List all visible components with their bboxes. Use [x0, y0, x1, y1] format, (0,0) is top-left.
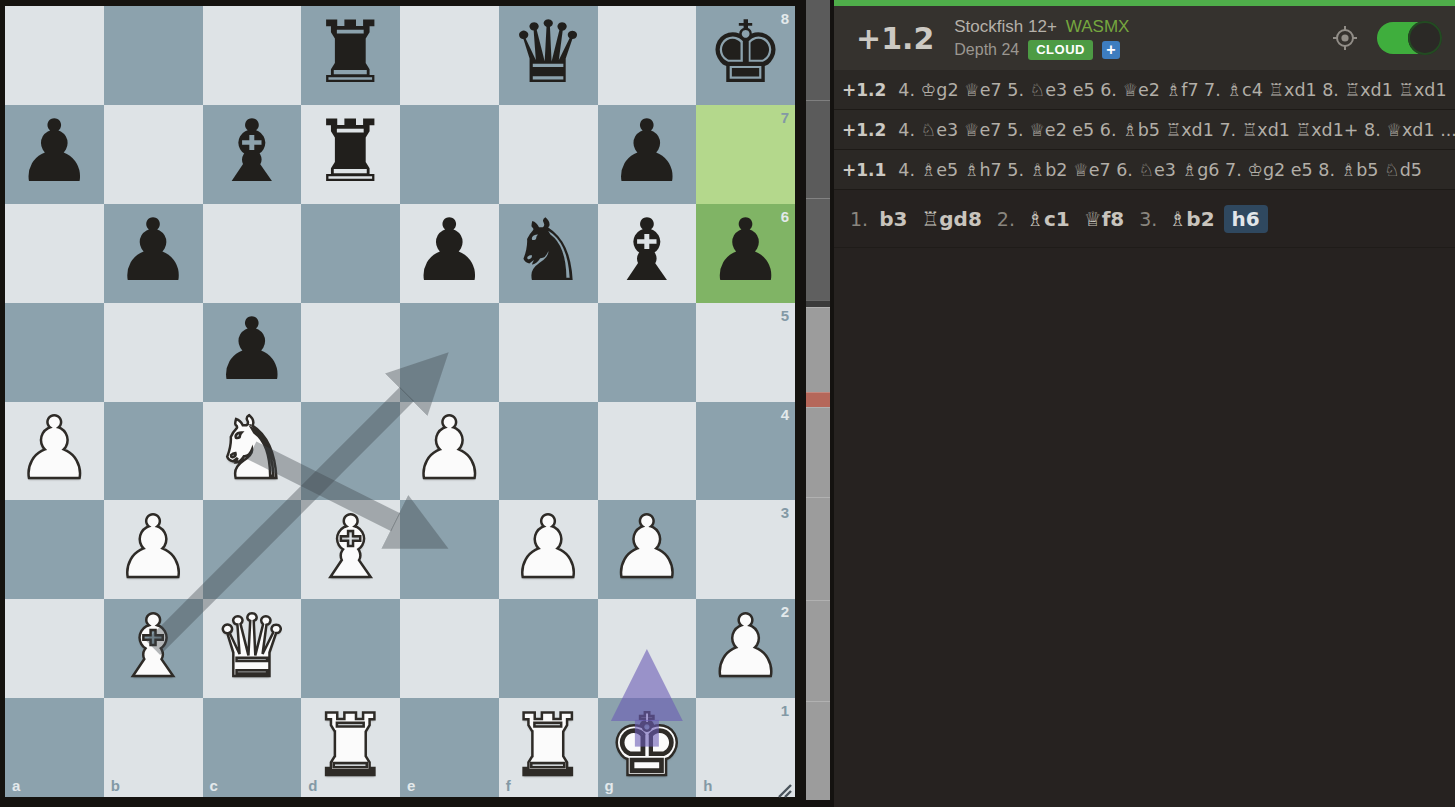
- square-a8[interactable]: [5, 6, 104, 105]
- rank-label-3: 3: [781, 505, 789, 520]
- square-f6[interactable]: ♞: [499, 204, 598, 303]
- board-frame: ♜♛8♚♟♝♜♟7♟♟♞♝6♟♟5♟♞♟4♟♝♟♟3♝♛2♟abcd♜ef♜g♚…: [0, 0, 800, 807]
- file-label-e: e: [407, 778, 415, 793]
- square-e7[interactable]: [400, 105, 499, 204]
- file-label-b: b: [111, 778, 120, 793]
- board-panel-gutter: [800, 0, 834, 807]
- square-a2[interactable]: [5, 599, 104, 698]
- rank-label-7: 7: [781, 110, 789, 125]
- scrollbar-segment: [806, 307, 830, 392]
- square-f7[interactable]: [499, 105, 598, 204]
- square-h2[interactable]: 2♟: [696, 599, 795, 698]
- toggle-knob-icon: [1408, 21, 1442, 55]
- square-f1[interactable]: f♜: [499, 698, 598, 797]
- black-rook-d8[interactable]: ♜: [301, 3, 400, 102]
- move-number: 3.: [1139, 208, 1157, 230]
- square-e2[interactable]: [400, 599, 499, 698]
- square-h6[interactable]: 6♟: [696, 204, 795, 303]
- square-e1[interactable]: e: [400, 698, 499, 797]
- scrollbar-segment: [806, 0, 830, 100]
- scrollbar-segment: [806, 600, 830, 701]
- black-pawn-g7[interactable]: ♟: [598, 102, 697, 201]
- move[interactable]: ♗c1: [1021, 205, 1075, 233]
- square-d1[interactable]: d♜: [301, 698, 400, 797]
- scrollbar-segment: [806, 407, 830, 497]
- move[interactable]: ♖gd8: [916, 205, 986, 233]
- move[interactable]: b3: [874, 205, 912, 233]
- white-pawn-g3[interactable]: ♟: [598, 497, 697, 596]
- square-b8[interactable]: [104, 6, 203, 105]
- square-h7[interactable]: 7: [696, 105, 795, 204]
- engine-tag: WASMX: [1066, 17, 1130, 37]
- square-a3[interactable]: [5, 500, 104, 599]
- square-e6[interactable]: ♟: [400, 204, 499, 303]
- white-pawn-b3[interactable]: ♟: [104, 497, 203, 596]
- square-c1[interactable]: c: [203, 698, 302, 797]
- square-g7[interactable]: ♟: [598, 105, 697, 204]
- black-pawn-h6[interactable]: ♟: [696, 201, 795, 300]
- square-a4[interactable]: ♟: [5, 402, 104, 501]
- scrollbar-segment: [806, 392, 830, 407]
- black-pawn-a7[interactable]: ♟: [5, 102, 104, 201]
- rank-label-4: 4: [781, 407, 789, 422]
- black-bishop-c7[interactable]: ♝: [203, 102, 302, 201]
- square-b3[interactable]: ♟: [104, 500, 203, 599]
- square-g4[interactable]: [598, 402, 697, 501]
- line-moves: 4. ♘e3 ♕e7 5. ♕e2 e5 6. ♗b5 ♖xd1 7. ♖xd1…: [898, 120, 1455, 140]
- square-d2[interactable]: [301, 599, 400, 698]
- square-f3[interactable]: ♟: [499, 500, 598, 599]
- square-b1[interactable]: b: [104, 698, 203, 797]
- engine-panel: +1.2 Stockfish 12+ WASMX Depth 24 CLOUD …: [834, 0, 1455, 807]
- square-c8[interactable]: [203, 6, 302, 105]
- square-f5[interactable]: [499, 303, 598, 402]
- move[interactable]: ♗b2: [1163, 205, 1219, 233]
- square-b6[interactable]: ♟: [104, 204, 203, 303]
- black-rook-d7[interactable]: ♜: [301, 102, 400, 201]
- square-c4[interactable]: ♞: [203, 402, 302, 501]
- square-c7[interactable]: ♝: [203, 105, 302, 204]
- depth-label: Depth 24: [954, 41, 1019, 59]
- square-d8[interactable]: ♜: [301, 6, 400, 105]
- square-h3[interactable]: 3: [696, 500, 795, 599]
- white-pawn-h2[interactable]: ♟: [696, 596, 795, 695]
- white-rook-f1[interactable]: ♜: [499, 695, 598, 794]
- engine-name: Stockfish 12+: [954, 17, 1057, 37]
- white-bishop-b2[interactable]: ♝: [104, 596, 203, 695]
- evaluation-score: +1.2: [856, 21, 934, 56]
- engine-toggle[interactable]: [1377, 22, 1441, 54]
- scrollbar-segment: [806, 497, 830, 600]
- black-pawn-c5[interactable]: ♟: [203, 300, 302, 399]
- square-a7[interactable]: ♟: [5, 105, 104, 204]
- engine-line-2[interactable]: +1.24. ♘e3 ♕e7 5. ♕e2 e5 6. ♗b5 ♖xd1 7. …: [834, 110, 1455, 150]
- engine-lines: +1.24. ♔g2 ♕e7 5. ♘e3 e5 6. ♕e2 ♗f7 7. ♗…: [834, 70, 1455, 190]
- scrollbar-segment: [806, 100, 830, 198]
- square-b2[interactable]: ♝: [104, 599, 203, 698]
- move-current[interactable]: h6: [1224, 205, 1268, 233]
- square-g2[interactable]: [598, 599, 697, 698]
- square-f8[interactable]: ♛: [499, 6, 598, 105]
- scrollbar-segment: [806, 701, 830, 800]
- engine-meta: Stockfish 12+ WASMX Depth 24 CLOUD +: [954, 17, 1129, 60]
- line-eval: +1.1: [842, 160, 886, 180]
- square-a6[interactable]: [5, 204, 104, 303]
- square-e8[interactable]: [400, 6, 499, 105]
- engine-header: +1.2 Stockfish 12+ WASMX Depth 24 CLOUD …: [834, 6, 1455, 70]
- square-d7[interactable]: ♜: [301, 105, 400, 204]
- black-king-h8[interactable]: ♚: [696, 3, 795, 102]
- square-c5[interactable]: ♟: [203, 303, 302, 402]
- cloud-badge: CLOUD: [1028, 40, 1093, 60]
- square-d6[interactable]: [301, 204, 400, 303]
- white-king-g1[interactable]: ♚: [598, 695, 697, 794]
- square-d5[interactable]: [301, 303, 400, 402]
- white-knight-c4[interactable]: ♞: [203, 399, 302, 498]
- rank-label-5: 5: [781, 308, 789, 323]
- black-bishop-g6[interactable]: ♝: [598, 201, 697, 300]
- square-h4[interactable]: 4: [696, 402, 795, 501]
- white-bishop-d3[interactable]: ♝: [301, 497, 400, 596]
- square-h5[interactable]: 5: [696, 303, 795, 402]
- square-g1[interactable]: g♚: [598, 698, 697, 797]
- black-knight-f6[interactable]: ♞: [499, 201, 598, 300]
- square-b7[interactable]: [104, 105, 203, 204]
- square-e4[interactable]: ♟: [400, 402, 499, 501]
- line-moves: 4. ♗e5 ♗h7 5. ♗b2 ♕e7 6. ♘e3 ♗g6 7. ♔g2 …: [898, 160, 1422, 180]
- square-e5[interactable]: [400, 303, 499, 402]
- analysis-screen: ♜♛8♚♟♝♜♟7♟♟♞♝6♟♟5♟♞♟4♟♝♟♟3♝♛2♟abcd♜ef♜g♚…: [0, 0, 1455, 807]
- square-c2[interactable]: ♛: [203, 599, 302, 698]
- square-h8[interactable]: 8♚: [696, 6, 795, 105]
- square-g3[interactable]: ♟: [598, 500, 697, 599]
- black-queen-f8[interactable]: ♛: [499, 3, 598, 102]
- white-pawn-a4[interactable]: ♟: [5, 399, 104, 498]
- square-g5[interactable]: [598, 303, 697, 402]
- add-line-button[interactable]: +: [1102, 41, 1120, 59]
- line-eval: +1.2: [842, 80, 886, 100]
- square-g8[interactable]: [598, 6, 697, 105]
- square-f2[interactable]: [499, 599, 598, 698]
- chess-board[interactable]: ♜♛8♚♟♝♜♟7♟♟♞♝6♟♟5♟♞♟4♟♝♟♟3♝♛2♟abcd♜ef♜g♚…: [5, 6, 795, 797]
- square-a5[interactable]: [5, 303, 104, 402]
- white-rook-d1[interactable]: ♜: [301, 695, 400, 794]
- square-b4[interactable]: [104, 402, 203, 501]
- scrollbar-segment: [806, 198, 830, 300]
- board-resize-handle-icon[interactable]: [775, 781, 793, 799]
- white-pawn-e4[interactable]: ♟: [400, 399, 499, 498]
- line-moves: 4. ♔g2 ♕e7 5. ♘e3 e5 6. ♕e2 ♗f7 7. ♗c4 ♖…: [898, 80, 1446, 100]
- black-pawn-e6[interactable]: ♟: [400, 201, 499, 300]
- line-eval: +1.2: [842, 120, 886, 140]
- square-g6[interactable]: ♝: [598, 204, 697, 303]
- square-c3[interactable]: [203, 500, 302, 599]
- square-b5[interactable]: [104, 303, 203, 402]
- file-label-a: a: [12, 778, 20, 793]
- move[interactable]: ♕f8: [1079, 205, 1130, 233]
- engine-line-3[interactable]: +1.14. ♗e5 ♗h7 5. ♗b2 ♕e7 6. ♘e3 ♗g6 7. …: [834, 150, 1455, 190]
- practice-target-icon[interactable]: [1331, 24, 1359, 52]
- move-list: 1.b3♖gd82.♗c1♕f83.♗b2h6: [834, 190, 1455, 248]
- rank-label-1: 1: [781, 703, 789, 718]
- square-f4[interactable]: [499, 402, 598, 501]
- square-a1[interactable]: a: [5, 698, 104, 797]
- file-label-h: h: [703, 778, 712, 793]
- analysis-scrollbar[interactable]: [806, 0, 830, 800]
- square-e3[interactable]: [400, 500, 499, 599]
- engine-line-1[interactable]: +1.24. ♔g2 ♕e7 5. ♘e3 e5 6. ♕e2 ♗f7 7. ♗…: [834, 70, 1455, 110]
- white-pawn-f3[interactable]: ♟: [499, 497, 598, 596]
- white-queen-c2[interactable]: ♛: [203, 596, 302, 695]
- move-number: 1.: [850, 208, 868, 230]
- square-d4[interactable]: [301, 402, 400, 501]
- scrollbar-segment: [806, 300, 830, 307]
- file-label-c: c: [210, 778, 218, 793]
- move-number: 2.: [997, 208, 1015, 230]
- square-c6[interactable]: [203, 204, 302, 303]
- square-d3[interactable]: ♝: [301, 500, 400, 599]
- black-pawn-b6[interactable]: ♟: [104, 201, 203, 300]
